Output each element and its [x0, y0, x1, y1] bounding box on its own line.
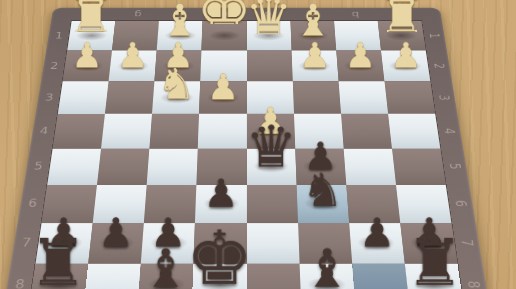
- black-king-e8[interactable]: ♚: [186, 221, 253, 289]
- square-g5[interactable]: [97, 148, 149, 184]
- square-b3[interactable]: [338, 81, 388, 114]
- white-pawn-a2[interactable]: ♟: [391, 39, 422, 74]
- white-pawn-h2[interactable]: ♟: [71, 39, 102, 74]
- white-pawn-g2[interactable]: ♟: [117, 39, 148, 74]
- square-d2[interactable]: [247, 50, 293, 81]
- square-e1[interactable]: ♚: [202, 21, 247, 50]
- square-a2[interactable]: ♟: [381, 50, 430, 81]
- black-pawn-b7[interactable]: ♟: [359, 213, 395, 253]
- black-bishop-f8[interactable]: ♝: [142, 243, 189, 289]
- square-f4[interactable]: [150, 114, 200, 148]
- white-pawn-e3[interactable]: ♟: [207, 70, 239, 106]
- square-a5[interactable]: [392, 148, 446, 184]
- square-e3[interactable]: ♟: [199, 81, 246, 114]
- square-c6[interactable]: ♞: [296, 185, 349, 223]
- square-e4[interactable]: [198, 114, 246, 148]
- white-knight-f3[interactable]: ♞: [157, 63, 195, 105]
- square-g8[interactable]: [83, 264, 141, 289]
- square-h3[interactable]: [58, 81, 109, 114]
- square-d5[interactable]: ♛: [247, 148, 297, 184]
- square-c2[interactable]: ♟: [291, 50, 338, 81]
- square-d8[interactable]: [247, 264, 301, 289]
- square-g2[interactable]: ♟: [109, 50, 157, 81]
- square-g7[interactable]: ♟: [88, 223, 144, 264]
- square-b5[interactable]: [343, 148, 395, 184]
- square-d6[interactable]: [247, 185, 298, 223]
- black-rook-h8[interactable]: ♜: [29, 231, 87, 289]
- chess-table-background: 12345678 12345678 hgfedcba ♜♝♚♛♝♜♟♟♟♟♟♟♞…: [0, 0, 516, 289]
- black-rook-a8[interactable]: ♜: [406, 231, 464, 289]
- black-pawn-e6[interactable]: ♟: [204, 174, 239, 213]
- square-b2[interactable]: ♟: [336, 50, 384, 81]
- square-b4[interactable]: [341, 114, 392, 148]
- white-pawn-b2[interactable]: ♟: [345, 39, 376, 74]
- square-d1[interactable]: ♛: [247, 21, 292, 50]
- white-king-e1[interactable]: ♚: [197, 0, 252, 43]
- square-e8[interactable]: ♚: [192, 264, 246, 289]
- white-pawn-c2[interactable]: ♟: [299, 39, 330, 74]
- square-a4[interactable]: [388, 114, 440, 148]
- black-bishop-c8[interactable]: ♝: [304, 243, 351, 289]
- square-b7[interactable]: ♟: [349, 223, 405, 264]
- square-h8[interactable]: ♜: [29, 264, 88, 289]
- square-f5[interactable]: [147, 148, 198, 184]
- square-c3[interactable]: [292, 81, 340, 114]
- file-label-g: g: [115, 8, 160, 21]
- chess-board: 12345678 12345678 hgfedcba ♜♝♚♛♝♜♟♟♟♟♟♟♞…: [0, 8, 493, 289]
- file-label-b: b: [333, 8, 378, 21]
- square-f3[interactable]: ♞: [152, 81, 200, 114]
- square-h2[interactable]: ♟: [63, 50, 112, 81]
- square-h5[interactable]: [47, 148, 101, 184]
- square-b8[interactable]: [352, 264, 410, 289]
- black-queen-d5[interactable]: ♛: [245, 118, 296, 175]
- square-a8[interactable]: ♜: [405, 264, 464, 289]
- white-queen-d1[interactable]: ♛: [246, 0, 292, 43]
- square-g4[interactable]: [101, 114, 152, 148]
- square-g3[interactable]: [105, 81, 155, 114]
- board-grid: ♜♝♚♛♝♜♟♟♟♟♟♟♞♟♟♛♟♟♞♟♟♟♟♟♜♝♚♝♜: [29, 21, 464, 289]
- square-a3[interactable]: [384, 81, 435, 114]
- black-knight-c6[interactable]: ♞: [302, 167, 343, 213]
- black-pawn-g7[interactable]: ♟: [98, 213, 134, 253]
- square-d7[interactable]: [247, 223, 300, 264]
- square-c8[interactable]: ♝: [299, 264, 355, 289]
- square-h4[interactable]: [53, 114, 105, 148]
